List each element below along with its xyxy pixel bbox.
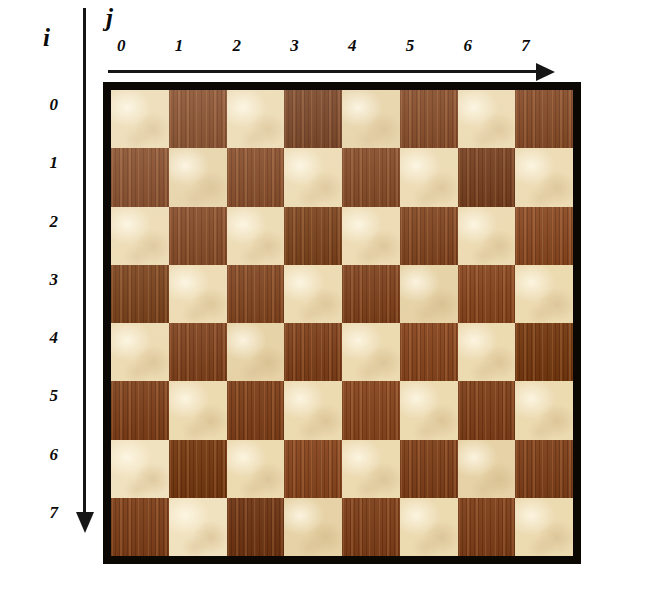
row-axis-label: i bbox=[43, 25, 50, 50]
square-4-4[interactable] bbox=[342, 323, 400, 381]
chessboard-index-diagram: i j 01234567 01234567 bbox=[0, 0, 647, 594]
square-5-7[interactable] bbox=[515, 381, 573, 439]
row-tick-3: 3 bbox=[28, 265, 60, 323]
square-3-2[interactable] bbox=[227, 265, 285, 323]
square-1-3[interactable] bbox=[284, 148, 342, 206]
square-7-2[interactable] bbox=[227, 498, 285, 556]
square-5-2[interactable] bbox=[227, 381, 285, 439]
square-5-1[interactable] bbox=[169, 381, 227, 439]
arrow-down-icon bbox=[76, 512, 94, 533]
square-1-0[interactable] bbox=[111, 148, 169, 206]
row-tick-7: 7 bbox=[28, 498, 60, 556]
square-0-6[interactable] bbox=[458, 90, 516, 148]
col-tick-0: 0 bbox=[111, 37, 169, 55]
square-2-1[interactable] bbox=[169, 207, 227, 265]
square-4-3[interactable] bbox=[284, 323, 342, 381]
square-4-5[interactable] bbox=[400, 323, 458, 381]
square-4-1[interactable] bbox=[169, 323, 227, 381]
square-3-5[interactable] bbox=[400, 265, 458, 323]
square-6-5[interactable] bbox=[400, 440, 458, 498]
square-5-6[interactable] bbox=[458, 381, 516, 439]
square-1-5[interactable] bbox=[400, 148, 458, 206]
square-0-0[interactable] bbox=[111, 90, 169, 148]
square-5-3[interactable] bbox=[284, 381, 342, 439]
square-2-7[interactable] bbox=[515, 207, 573, 265]
square-3-3[interactable] bbox=[284, 265, 342, 323]
square-7-0[interactable] bbox=[111, 498, 169, 556]
row-axis-arrow-line bbox=[83, 8, 86, 514]
col-axis-arrow-line bbox=[108, 70, 538, 73]
col-tick-5: 5 bbox=[400, 37, 458, 55]
square-6-3[interactable] bbox=[284, 440, 342, 498]
square-3-6[interactable] bbox=[458, 265, 516, 323]
square-4-7[interactable] bbox=[515, 323, 573, 381]
square-0-3[interactable] bbox=[284, 90, 342, 148]
col-axis-label: j bbox=[106, 5, 113, 30]
square-2-4[interactable] bbox=[342, 207, 400, 265]
square-6-1[interactable] bbox=[169, 440, 227, 498]
square-7-7[interactable] bbox=[515, 498, 573, 556]
square-7-3[interactable] bbox=[284, 498, 342, 556]
square-1-4[interactable] bbox=[342, 148, 400, 206]
square-5-4[interactable] bbox=[342, 381, 400, 439]
square-7-6[interactable] bbox=[458, 498, 516, 556]
square-1-1[interactable] bbox=[169, 148, 227, 206]
square-0-5[interactable] bbox=[400, 90, 458, 148]
col-tick-1: 1 bbox=[169, 37, 227, 55]
square-6-4[interactable] bbox=[342, 440, 400, 498]
square-6-7[interactable] bbox=[515, 440, 573, 498]
square-5-0[interactable] bbox=[111, 381, 169, 439]
col-tick-4: 4 bbox=[342, 37, 400, 55]
square-5-5[interactable] bbox=[400, 381, 458, 439]
square-0-7[interactable] bbox=[515, 90, 573, 148]
col-tick-3: 3 bbox=[284, 37, 342, 55]
square-7-4[interactable] bbox=[342, 498, 400, 556]
square-0-2[interactable] bbox=[227, 90, 285, 148]
square-3-7[interactable] bbox=[515, 265, 573, 323]
square-1-6[interactable] bbox=[458, 148, 516, 206]
square-2-0[interactable] bbox=[111, 207, 169, 265]
square-2-2[interactable] bbox=[227, 207, 285, 265]
square-2-3[interactable] bbox=[284, 207, 342, 265]
col-tick-7: 7 bbox=[515, 37, 573, 55]
square-0-4[interactable] bbox=[342, 90, 400, 148]
square-2-5[interactable] bbox=[400, 207, 458, 265]
square-6-6[interactable] bbox=[458, 440, 516, 498]
board bbox=[103, 82, 581, 564]
square-3-1[interactable] bbox=[169, 265, 227, 323]
row-tick-5: 5 bbox=[28, 381, 60, 439]
square-1-7[interactable] bbox=[515, 148, 573, 206]
square-7-5[interactable] bbox=[400, 498, 458, 556]
square-3-4[interactable] bbox=[342, 265, 400, 323]
row-tick-rail: 01234567 bbox=[28, 90, 60, 556]
arrow-right-icon bbox=[536, 63, 555, 81]
square-1-2[interactable] bbox=[227, 148, 285, 206]
square-4-0[interactable] bbox=[111, 323, 169, 381]
col-tick-6: 6 bbox=[458, 37, 516, 55]
square-4-6[interactable] bbox=[458, 323, 516, 381]
row-tick-6: 6 bbox=[28, 440, 60, 498]
row-tick-0: 0 bbox=[28, 90, 60, 148]
square-7-1[interactable] bbox=[169, 498, 227, 556]
row-tick-4: 4 bbox=[28, 323, 60, 381]
square-6-0[interactable] bbox=[111, 440, 169, 498]
square-2-6[interactable] bbox=[458, 207, 516, 265]
square-3-0[interactable] bbox=[111, 265, 169, 323]
row-tick-1: 1 bbox=[28, 148, 60, 206]
row-tick-2: 2 bbox=[28, 207, 60, 265]
square-0-1[interactable] bbox=[169, 90, 227, 148]
col-tick-rail: 01234567 bbox=[111, 37, 573, 55]
square-4-2[interactable] bbox=[227, 323, 285, 381]
square-6-2[interactable] bbox=[227, 440, 285, 498]
col-tick-2: 2 bbox=[227, 37, 285, 55]
